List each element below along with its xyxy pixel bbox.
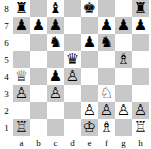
square-h5[interactable] bbox=[132, 51, 149, 68]
square-b4[interactable] bbox=[30, 68, 47, 85]
chess-board-panel: 8♜♝♚♜7♟♟♟♟♟♟6♞♟♞5♛♗4♕♟♙3♙♙♘2♙♙♙♙1♖♔♗♖abc… bbox=[0, 0, 151, 149]
square-f5[interactable] bbox=[98, 51, 115, 68]
piece-white-bishop[interactable]: ♗ bbox=[117, 51, 130, 68]
piece-black-knight[interactable]: ♞ bbox=[100, 34, 113, 51]
square-d1[interactable] bbox=[64, 119, 81, 136]
square-g8[interactable] bbox=[115, 0, 132, 17]
square-a3[interactable]: ♙ bbox=[13, 85, 30, 102]
chess-board: 8♜♝♚♜7♟♟♟♟♟♟6♞♟♞5♛♗4♕♟♙3♙♙♘2♙♙♙♙1♖♔♗♖abc… bbox=[0, 0, 151, 149]
piece-black-king[interactable]: ♚ bbox=[83, 0, 96, 17]
piece-white-rook[interactable]: ♖ bbox=[15, 119, 28, 136]
square-c6[interactable]: ♞ bbox=[47, 34, 64, 51]
square-h8[interactable]: ♜ bbox=[132, 0, 149, 17]
square-b2[interactable] bbox=[30, 102, 47, 119]
rank-label-7: 7 bbox=[0, 17, 13, 34]
piece-black-rook[interactable]: ♜ bbox=[15, 0, 28, 17]
piece-black-rook[interactable]: ♜ bbox=[134, 0, 147, 17]
rank-label-5: 5 bbox=[0, 51, 13, 68]
square-b6[interactable] bbox=[30, 34, 47, 51]
piece-black-bishop[interactable]: ♝ bbox=[49, 0, 62, 17]
file-label-c: c bbox=[47, 136, 64, 149]
square-c2[interactable] bbox=[47, 102, 64, 119]
rank-label-1: 1 bbox=[0, 119, 13, 136]
file-label-f: f bbox=[98, 136, 115, 149]
square-d7[interactable] bbox=[64, 17, 81, 34]
square-f1[interactable]: ♗ bbox=[98, 119, 115, 136]
piece-white-bishop[interactable]: ♗ bbox=[100, 119, 113, 136]
piece-black-knight[interactable]: ♞ bbox=[49, 34, 62, 51]
piece-white-rook[interactable]: ♖ bbox=[134, 119, 147, 136]
square-h2[interactable]: ♙ bbox=[132, 102, 149, 119]
piece-black-pawn[interactable]: ♟ bbox=[15, 17, 28, 34]
square-f3[interactable]: ♘ bbox=[98, 85, 115, 102]
square-h6[interactable] bbox=[132, 34, 149, 51]
square-e7[interactable] bbox=[81, 17, 98, 34]
square-h1[interactable]: ♖ bbox=[132, 119, 149, 136]
square-g6[interactable] bbox=[115, 34, 132, 51]
piece-black-pawn[interactable]: ♟ bbox=[134, 17, 147, 34]
rank-label-8: 8 bbox=[0, 0, 13, 17]
square-f2[interactable]: ♙ bbox=[98, 102, 115, 119]
piece-black-queen[interactable]: ♛ bbox=[66, 51, 79, 68]
piece-white-pawn[interactable]: ♙ bbox=[83, 102, 96, 119]
piece-white-pawn[interactable]: ♙ bbox=[66, 68, 79, 85]
square-e6[interactable]: ♟ bbox=[81, 34, 98, 51]
square-f7[interactable]: ♟ bbox=[98, 17, 115, 34]
piece-white-knight[interactable]: ♘ bbox=[100, 85, 113, 102]
file-label-b: b bbox=[30, 136, 47, 149]
square-a6[interactable] bbox=[13, 34, 30, 51]
square-c3[interactable]: ♙ bbox=[47, 85, 64, 102]
square-g3[interactable] bbox=[115, 85, 132, 102]
square-g4[interactable] bbox=[115, 68, 132, 85]
square-e1[interactable]: ♔ bbox=[81, 119, 98, 136]
piece-black-pawn[interactable]: ♟ bbox=[117, 17, 130, 34]
square-g1[interactable] bbox=[115, 119, 132, 136]
square-a1[interactable]: ♖ bbox=[13, 119, 30, 136]
square-h4[interactable] bbox=[132, 68, 149, 85]
square-d8[interactable] bbox=[64, 0, 81, 17]
piece-black-pawn[interactable]: ♟ bbox=[49, 68, 62, 85]
piece-white-pawn[interactable]: ♙ bbox=[15, 85, 28, 102]
board-corner-spacer bbox=[0, 136, 13, 149]
piece-white-pawn[interactable]: ♙ bbox=[134, 102, 147, 119]
square-e8[interactable]: ♚ bbox=[81, 0, 98, 17]
rank-label-6: 6 bbox=[0, 34, 13, 51]
piece-black-pawn[interactable]: ♟ bbox=[49, 17, 62, 34]
file-label-h: h bbox=[132, 136, 149, 149]
piece-white-pawn[interactable]: ♙ bbox=[49, 85, 62, 102]
piece-white-queen[interactable]: ♕ bbox=[15, 68, 28, 85]
square-f6[interactable]: ♞ bbox=[98, 34, 115, 51]
square-e3[interactable] bbox=[81, 85, 98, 102]
square-b8[interactable] bbox=[30, 0, 47, 17]
square-c5[interactable] bbox=[47, 51, 64, 68]
square-a7[interactable]: ♟ bbox=[13, 17, 30, 34]
file-label-g: g bbox=[115, 136, 132, 149]
piece-black-pawn[interactable]: ♟ bbox=[83, 34, 96, 51]
square-h3[interactable] bbox=[132, 85, 149, 102]
square-d3[interactable] bbox=[64, 85, 81, 102]
rank-label-4: 4 bbox=[0, 68, 13, 85]
piece-white-king[interactable]: ♔ bbox=[83, 119, 96, 136]
square-d4[interactable]: ♙ bbox=[64, 68, 81, 85]
square-b7[interactable]: ♟ bbox=[30, 17, 47, 34]
rank-label-3: 3 bbox=[0, 85, 13, 102]
square-b1[interactable] bbox=[30, 119, 47, 136]
file-label-e: e bbox=[81, 136, 98, 149]
square-c7[interactable]: ♟ bbox=[47, 17, 64, 34]
square-e5[interactable] bbox=[81, 51, 98, 68]
square-b5[interactable] bbox=[30, 51, 47, 68]
square-a5[interactable] bbox=[13, 51, 30, 68]
square-g2[interactable]: ♙ bbox=[115, 102, 132, 119]
square-c8[interactable]: ♝ bbox=[47, 0, 64, 17]
square-d2[interactable] bbox=[64, 102, 81, 119]
square-d6[interactable] bbox=[64, 34, 81, 51]
square-c4[interactable]: ♟ bbox=[47, 68, 64, 85]
square-d5[interactable]: ♛ bbox=[64, 51, 81, 68]
piece-black-pawn[interactable]: ♟ bbox=[100, 17, 113, 34]
square-e4[interactable] bbox=[81, 68, 98, 85]
piece-white-pawn[interactable]: ♙ bbox=[117, 102, 130, 119]
square-f8[interactable] bbox=[98, 0, 115, 17]
square-a8[interactable]: ♜ bbox=[13, 0, 30, 17]
piece-black-pawn[interactable]: ♟ bbox=[32, 17, 45, 34]
square-g7[interactable]: ♟ bbox=[115, 17, 132, 34]
square-a2[interactable] bbox=[13, 102, 30, 119]
square-a4[interactable]: ♕ bbox=[13, 68, 30, 85]
rank-label-2: 2 bbox=[0, 102, 13, 119]
square-e2[interactable]: ♙ bbox=[81, 102, 98, 119]
piece-white-pawn[interactable]: ♙ bbox=[100, 102, 113, 119]
square-c1[interactable] bbox=[47, 119, 64, 136]
file-label-a: a bbox=[13, 136, 30, 149]
square-g5[interactable]: ♗ bbox=[115, 51, 132, 68]
square-b3[interactable] bbox=[30, 85, 47, 102]
square-f4[interactable] bbox=[98, 68, 115, 85]
square-h7[interactable]: ♟ bbox=[132, 17, 149, 34]
file-label-d: d bbox=[64, 136, 81, 149]
